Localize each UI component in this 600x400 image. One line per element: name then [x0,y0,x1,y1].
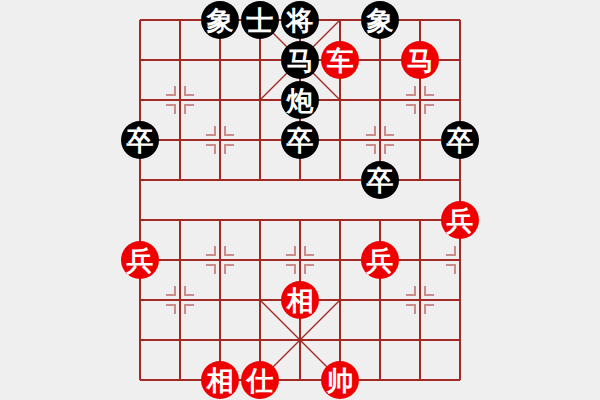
piece-red-horse[interactable]: 马 [401,41,439,79]
piece-red-chariot[interactable]: 车 [321,41,359,79]
piece-black-general[interactable]: 将 [281,1,319,39]
piece-red-elephant[interactable]: 相 [281,281,319,319]
piece-black-horse[interactable]: 马 [281,41,319,79]
piece-black-advisor[interactable]: 士 [241,1,279,39]
piece-black-soldier[interactable]: 卒 [441,121,479,159]
piece-black-elephant[interactable]: 象 [361,1,399,39]
piece-black-soldier[interactable]: 卒 [281,121,319,159]
piece-black-soldier[interactable]: 卒 [361,161,399,199]
piece-red-elephant[interactable]: 相 [201,361,239,399]
xiangqi-board: 象士将象马车马炮卒卒卒卒兵兵兵相相仕帅 [0,0,600,400]
piece-red-soldier[interactable]: 兵 [361,241,399,279]
piece-black-soldier[interactable]: 卒 [121,121,159,159]
piece-red-soldier[interactable]: 兵 [441,201,479,239]
piece-black-elephant[interactable]: 象 [201,1,239,39]
piece-red-advisor[interactable]: 仕 [241,361,279,399]
piece-red-soldier[interactable]: 兵 [121,241,159,279]
piece-red-general[interactable]: 帅 [321,361,359,399]
piece-black-cannon[interactable]: 炮 [281,81,319,119]
board-grid: 象士将象马车马炮卒卒卒卒兵兵兵相相仕帅 [120,0,480,400]
